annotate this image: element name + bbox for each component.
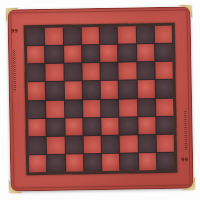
board-square-b3 <box>47 118 65 135</box>
board-square-b8 <box>45 28 63 45</box>
brass-corner-protector-bottom-left <box>8 178 23 193</box>
board-square-h1 <box>157 153 175 170</box>
board-square-a4 <box>28 100 46 117</box>
board-square-g7 <box>137 44 155 61</box>
board-square-f7 <box>118 45 136 62</box>
board-square-e2 <box>102 135 120 152</box>
board-square-c8 <box>63 27 81 44</box>
brass-corner-protector-bottom-right <box>180 175 195 190</box>
board-square-a7 <box>27 46 45 63</box>
board-square-b4 <box>46 100 64 117</box>
board-square-f6 <box>119 63 137 80</box>
board-square-b1 <box>47 155 65 172</box>
board-square-f5 <box>119 81 137 98</box>
checkerboard-grid <box>27 26 174 173</box>
maker-stamp-bottom-right: 66 <box>181 156 188 162</box>
board-square-a2 <box>29 137 47 154</box>
board-square-c2 <box>65 136 83 153</box>
board-square-g5 <box>137 80 155 97</box>
board-square-e4 <box>101 99 119 116</box>
board-square-f1 <box>120 153 138 170</box>
board-square-a6 <box>27 64 45 81</box>
board-square-e5 <box>101 81 119 98</box>
board-square-e6 <box>100 63 118 80</box>
photo-background: 99 66 <box>0 0 200 200</box>
board-square-f2 <box>120 135 138 152</box>
game-board: 99 66 <box>7 6 193 191</box>
board-square-e1 <box>102 154 120 171</box>
board-square-e8 <box>100 27 118 44</box>
board-square-d1 <box>84 154 102 171</box>
board-square-h5 <box>155 80 173 97</box>
board-square-d8 <box>81 27 99 44</box>
board-square-h8 <box>154 26 172 43</box>
board-square-g3 <box>138 117 156 134</box>
board-square-c1 <box>65 154 83 171</box>
board-square-b6 <box>46 64 64 81</box>
board-square-g8 <box>136 26 154 43</box>
brass-corner-protector-top-left <box>5 7 20 22</box>
maker-stamp-top-left: 99 <box>11 27 18 33</box>
board-square-f4 <box>119 99 137 116</box>
board-square-c6 <box>64 64 82 81</box>
board-square-a5 <box>28 82 46 99</box>
board-square-h4 <box>156 98 174 115</box>
board-square-e7 <box>100 45 118 62</box>
board-square-b7 <box>45 46 63 63</box>
board-square-g6 <box>137 62 155 79</box>
board-square-d6 <box>82 63 100 80</box>
brass-corner-protector-top-right <box>177 4 192 19</box>
board-square-c4 <box>65 100 83 117</box>
board-square-h7 <box>155 44 173 61</box>
board-square-d4 <box>83 100 101 117</box>
board-square-f3 <box>120 117 138 134</box>
embossed-brand-text-left <box>13 49 16 91</box>
board-square-e3 <box>101 117 119 134</box>
board-square-d5 <box>82 81 100 98</box>
board-square-g2 <box>138 135 156 152</box>
board-square-h6 <box>155 62 173 79</box>
board-square-c7 <box>64 45 82 62</box>
board-square-d2 <box>83 136 101 153</box>
board-square-c3 <box>65 118 83 135</box>
board-square-c5 <box>64 82 82 99</box>
board-square-a8 <box>27 28 45 45</box>
board-square-d3 <box>83 118 101 135</box>
board-square-h3 <box>156 116 174 133</box>
board-square-b2 <box>47 136 65 153</box>
board-square-b5 <box>46 82 64 99</box>
board-square-h2 <box>156 134 174 151</box>
board-square-a1 <box>29 155 47 172</box>
board-square-f8 <box>118 26 136 43</box>
board-square-g4 <box>138 99 156 116</box>
embossed-brand-text-right <box>184 111 187 151</box>
board-square-d7 <box>82 45 100 62</box>
board-square-a3 <box>28 119 46 136</box>
board-square-g1 <box>138 153 156 170</box>
